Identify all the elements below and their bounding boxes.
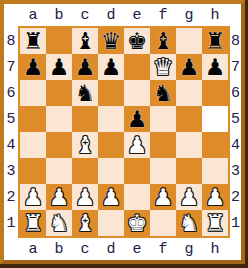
square-d8[interactable]: ♛ (98, 28, 124, 54)
file-label-a: a (20, 8, 46, 23)
square-c6[interactable]: ♞ (72, 80, 98, 106)
square-b4[interactable] (46, 132, 72, 158)
square-h2[interactable]: ♟ (202, 184, 228, 210)
white-pawn[interactable]: ♟ (179, 184, 200, 210)
square-d5[interactable] (98, 106, 124, 132)
rank-label-2: 2 (230, 190, 241, 205)
rank-labels-right: 87654321 (230, 26, 241, 238)
square-f8[interactable]: ♝ (150, 28, 176, 54)
white-pawn[interactable]: ♟ (49, 184, 70, 210)
black-bishop[interactable]: ♝ (153, 28, 174, 54)
black-pawn[interactable]: ♟ (127, 106, 148, 132)
square-c2[interactable]: ♟ (72, 184, 98, 210)
square-f3[interactable] (150, 158, 176, 184)
rank-label-4: 4 (4, 138, 18, 153)
black-rook[interactable]: ♜ (205, 28, 226, 54)
white-knight[interactable]: ♞ (179, 210, 200, 236)
file-label-f: f (150, 8, 176, 23)
square-a1[interactable]: ♜ (20, 210, 46, 236)
white-bishop[interactable]: ♝ (75, 132, 96, 158)
square-d6[interactable] (98, 80, 124, 106)
square-e5[interactable]: ♟ (124, 106, 150, 132)
square-g2[interactable]: ♟ (176, 184, 202, 210)
square-b6[interactable] (46, 80, 72, 106)
board-frame: abcdefgh 87654321 ♜♝♛♚♝♜♟♟♟♟♛♟♟♞♞♟♝♟♟♟♟♟… (0, 0, 245, 264)
square-a4[interactable] (20, 132, 46, 158)
square-g6[interactable] (176, 80, 202, 106)
rank-label-7: 7 (4, 60, 18, 75)
square-b1[interactable]: ♞ (46, 210, 72, 236)
square-d1[interactable] (98, 210, 124, 236)
file-label-d: d (98, 8, 124, 23)
square-a6[interactable] (20, 80, 46, 106)
square-d4[interactable] (98, 132, 124, 158)
file-labels-top: abcdefgh (18, 4, 230, 26)
square-e8[interactable]: ♚ (124, 28, 150, 54)
file-label-d: d (98, 242, 124, 257)
black-pawn[interactable]: ♟ (101, 54, 122, 80)
white-rook[interactable]: ♜ (205, 210, 226, 236)
rank-label-5: 5 (4, 112, 18, 127)
square-f1[interactable] (150, 210, 176, 236)
file-label-b: b (46, 242, 72, 257)
square-f2[interactable]: ♟ (150, 184, 176, 210)
rank-label-3: 3 (230, 164, 241, 179)
square-c5[interactable] (72, 106, 98, 132)
file-label-g: g (176, 8, 202, 23)
file-label-c: c (72, 8, 98, 23)
square-c8[interactable]: ♝ (72, 28, 98, 54)
white-bishop[interactable]: ♝ (75, 210, 96, 236)
square-f4[interactable] (150, 132, 176, 158)
rank-label-3: 3 (4, 164, 18, 179)
chess-board: ♜♝♛♚♝♜♟♟♟♟♛♟♟♞♞♟♝♟♟♟♟♟♟♟♟♜♞♝♚♞♜ (18, 26, 230, 238)
black-pawn[interactable]: ♟ (205, 54, 226, 80)
black-knight[interactable]: ♞ (75, 80, 96, 106)
square-e1[interactable]: ♚ (124, 210, 150, 236)
file-label-e: e (124, 8, 150, 23)
square-c1[interactable]: ♝ (72, 210, 98, 236)
square-g1[interactable]: ♞ (176, 210, 202, 236)
rank-label-1: 1 (230, 216, 241, 231)
square-a5[interactable] (20, 106, 46, 132)
square-h1[interactable]: ♜ (202, 210, 228, 236)
file-label-a: a (20, 242, 46, 257)
rank-label-2: 2 (4, 190, 18, 205)
rank-label-7: 7 (230, 60, 241, 75)
rank-label-4: 4 (230, 138, 241, 153)
white-rook[interactable]: ♜ (23, 210, 44, 236)
square-f6[interactable]: ♞ (150, 80, 176, 106)
square-a2[interactable]: ♟ (20, 184, 46, 210)
rank-label-6: 6 (4, 86, 18, 101)
square-a7[interactable]: ♟ (20, 54, 46, 80)
square-d7[interactable]: ♟ (98, 54, 124, 80)
square-f7[interactable]: ♛ (150, 54, 176, 80)
square-h4[interactable] (202, 132, 228, 158)
black-pawn[interactable]: ♟ (179, 54, 200, 80)
white-pawn[interactable]: ♟ (127, 132, 148, 158)
square-h6[interactable] (202, 80, 228, 106)
rank-label-5: 5 (230, 112, 241, 127)
square-e3[interactable] (124, 158, 150, 184)
file-label-h: h (202, 8, 228, 23)
black-pawn[interactable]: ♟ (23, 54, 44, 80)
black-rook[interactable]: ♜ (23, 28, 44, 54)
square-e6[interactable] (124, 80, 150, 106)
white-pawn[interactable]: ♟ (205, 184, 226, 210)
square-h5[interactable] (202, 106, 228, 132)
black-bishop[interactable]: ♝ (75, 28, 96, 54)
file-label-b: b (46, 8, 72, 23)
file-label-c: c (72, 242, 98, 257)
black-pawn[interactable]: ♟ (75, 54, 96, 80)
file-label-h: h (202, 242, 228, 257)
chess-diagram: abcdefgh 87654321 ♜♝♛♚♝♜♟♟♟♟♛♟♟♞♞♟♝♟♟♟♟♟… (0, 0, 248, 268)
white-king[interactable]: ♚ (127, 210, 148, 236)
black-pawn[interactable]: ♟ (49, 54, 70, 80)
square-g7[interactable]: ♟ (176, 54, 202, 80)
file-label-f: f (150, 242, 176, 257)
file-labels-bottom: abcdefgh (18, 238, 230, 260)
square-g8[interactable] (176, 28, 202, 54)
black-king[interactable]: ♚ (127, 28, 148, 54)
square-e7[interactable] (124, 54, 150, 80)
square-g3[interactable] (176, 158, 202, 184)
square-c7[interactable]: ♟ (72, 54, 98, 80)
square-g4[interactable] (176, 132, 202, 158)
square-h7[interactable]: ♟ (202, 54, 228, 80)
square-h3[interactable] (202, 158, 228, 184)
white-pawn[interactable]: ♟ (23, 184, 44, 210)
file-label-g: g (176, 242, 202, 257)
black-queen[interactable]: ♛ (101, 28, 122, 54)
square-h8[interactable]: ♜ (202, 28, 228, 54)
square-g5[interactable] (176, 106, 202, 132)
white-knight[interactable]: ♞ (49, 210, 70, 236)
square-b3[interactable] (46, 158, 72, 184)
square-f5[interactable] (150, 106, 176, 132)
rank-labels-left: 87654321 (4, 26, 18, 238)
square-b2[interactable]: ♟ (46, 184, 72, 210)
square-d2[interactable]: ♟ (98, 184, 124, 210)
square-b8[interactable] (46, 28, 72, 54)
white-pawn[interactable]: ♟ (101, 184, 122, 210)
rank-label-8: 8 (230, 34, 241, 49)
square-b5[interactable] (46, 106, 72, 132)
square-c4[interactable]: ♝ (72, 132, 98, 158)
white-pawn[interactable]: ♟ (75, 184, 96, 210)
rank-label-8: 8 (4, 34, 18, 49)
file-label-e: e (124, 242, 150, 257)
rank-label-1: 1 (4, 216, 18, 231)
square-e4[interactable]: ♟ (124, 132, 150, 158)
square-a8[interactable]: ♜ (20, 28, 46, 54)
black-knight[interactable]: ♞ (153, 80, 174, 106)
white-queen[interactable]: ♛ (153, 54, 174, 80)
square-a3[interactable] (20, 158, 46, 184)
rank-label-6: 6 (230, 86, 241, 101)
square-d3[interactable] (98, 158, 124, 184)
square-c3[interactable] (72, 158, 98, 184)
square-b7[interactable]: ♟ (46, 54, 72, 80)
square-e2[interactable] (124, 184, 150, 210)
white-pawn[interactable]: ♟ (153, 184, 174, 210)
board-layout: abcdefgh 87654321 ♜♝♛♚♝♜♟♟♟♟♛♟♟♞♞♟♝♟♟♟♟♟… (4, 4, 241, 260)
